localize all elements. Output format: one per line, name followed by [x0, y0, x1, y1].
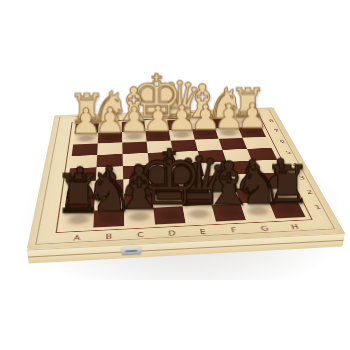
file-label: B: [92, 230, 124, 245]
square-h3[interactable]: [72, 144, 98, 157]
white-pawn[interactable]: ♟: [70, 104, 102, 139]
file-label: G: [247, 222, 282, 236]
chess-board: ♜♞♝♚♛♝♞♜♟♟♟♟♟♟♟♟♟♟♟♟♟♟♟♟♜♞♝♚♛♝♞♜ ABCDEFG…: [27, 107, 345, 249]
file-label: E: [186, 225, 220, 239]
board-frame: ♜♞♝♚♛♝♞♜♟♟♟♟♟♟♟♟♟♟♟♟♟♟♟♟♜♞♝♚♛♝♞♜ ABCDEFG…: [27, 107, 345, 249]
file-label: F: [217, 224, 252, 238]
rank-label: 7: [266, 126, 287, 137]
file-label: C: [124, 229, 156, 243]
rank-label: 6: [271, 136, 293, 148]
file-label: D: [156, 227, 189, 241]
black-rook[interactable]: ♜: [54, 167, 102, 221]
square-h2[interactable]: ♟: [73, 133, 98, 145]
file-label: H: [277, 221, 313, 235]
file-label: A: [60, 232, 93, 247]
square-h8[interactable]: ♜: [62, 211, 94, 230]
metal-clasp[interactable]: [122, 247, 142, 256]
product-photo-scene: ♜♞♝♚♛♝♞♜♟♟♟♟♟♟♟♟♟♟♟♟♟♟♟♟♜♞♝♚♛♝♞♜ ABCDEFG…: [0, 0, 350, 350]
board-grid: ♜♞♝♚♛♝♞♜♟♟♟♟♟♟♟♟♟♟♟♟♟♟♟♟♜♞♝♚♛♝♞♜: [62, 117, 305, 229]
